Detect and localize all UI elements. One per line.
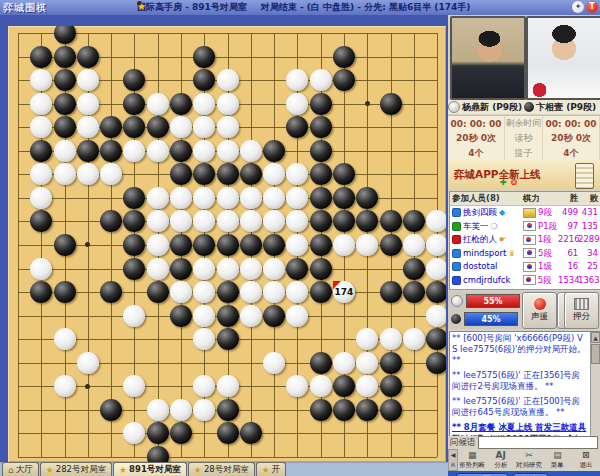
stone-white [170,210,192,232]
stone-black [310,187,332,209]
room-award-icon: ★ [137,1,142,6]
stone-white [147,234,169,256]
stone-black [380,281,402,303]
toolbar-icon: ▦ [468,451,477,460]
stone-black [240,422,262,444]
participant-row[interactable]: dostotal1级1625 [450,260,600,274]
participant-wins: 16 [559,260,579,274]
stone-white [193,281,215,303]
stone-black [54,281,76,303]
tab-label: 28号对局室 [204,464,249,476]
tab-label: 891号对局室 [129,464,181,476]
board-frame: 174 [0,15,448,462]
stone-black [333,375,355,397]
toolbar-button-对局研究[interactable]: ✂对局研究 [515,449,543,471]
white-stone-icon [451,295,463,307]
stone-black [30,140,52,162]
participant-row[interactable]: mindsport♛5段6134 [450,247,600,261]
support-button[interactable]: 声援 [522,292,557,329]
tab-大厅[interactable]: ⌂大厅 [2,462,39,476]
black-time: 00: 00: 00 [543,116,600,131]
stone-black [286,258,308,280]
scroll-up-icon[interactable]: ▲ [591,332,600,343]
stone-black [356,210,378,232]
stone-white [333,352,355,374]
header-rank: 棋力 [523,192,559,205]
bottom-blue-bar: 积分回馈棋谱 [448,471,600,476]
stone-black [170,93,192,115]
stone-white [147,210,169,232]
stone-black [310,116,332,138]
stone-black [54,26,76,44]
stone-black [217,422,239,444]
stone-white [286,375,308,397]
stone-white [170,281,192,303]
stone-white [217,375,239,397]
stone-white [263,281,285,303]
stone-black [426,352,446,374]
hand-cursor-icon[interactable]: ✦ [572,1,584,13]
stone-black [310,140,332,162]
participant-wins: 1534 [558,274,578,288]
stone-black [333,46,355,68]
tab-开[interactable]: ★开 [256,462,287,476]
stone-black [263,140,285,162]
stone-white [263,352,285,374]
stone-black [100,281,122,303]
chat-message: ** lee7575(6段)' 正在[500]号房间进行645号房现场直播。 *… [452,396,588,418]
flag-icon [523,208,536,218]
stone-white [77,116,99,138]
star-point [85,384,90,389]
stone-black [170,422,192,444]
stone-black [77,46,99,68]
stone-white [123,305,145,327]
star-icon: ★ [194,465,202,475]
participant-losses: 1363 [578,274,600,288]
flag-icon [523,235,536,245]
participant-losses: 2289 [578,233,600,247]
toolbar-icon: AJ [495,451,505,460]
stone-black [123,116,145,138]
stone-white [170,116,192,138]
participant-rank: 5段 [538,274,552,288]
stone-white [193,187,215,209]
participant-rank: 9段 [538,206,552,220]
flag-icon [523,221,536,231]
stone-white [30,163,52,185]
stone-black [403,210,425,232]
stone-black [100,210,122,232]
stone-white [147,399,169,421]
stone-black [193,163,215,185]
stone-black [380,352,402,374]
stone-white [403,234,425,256]
participant-losses: 135 [578,220,600,234]
stone-black [170,258,192,280]
timer-panel: 00: 00: 00 剩余时间 00: 00: 00 20秒 0次 读秒 20秒… [448,115,600,161]
tab-label: 282号对局室 [56,464,106,476]
stone-black [77,140,99,162]
stone-white [217,93,239,115]
stone-black [123,258,145,280]
stone-black [217,399,239,421]
thumb-icon [452,222,461,231]
stone-white [403,328,425,350]
black-player-photo [526,16,600,100]
stone-white [100,163,122,185]
stone-white [54,163,76,185]
stone-white [193,210,215,232]
stone-black [217,328,239,350]
stone-black [333,210,355,232]
stone-white [240,210,262,232]
stone-white [356,234,378,256]
stone-white [193,93,215,115]
game-status: 对局结束 - (白 中盘胜) - 分先: 黑贴6目半 (174手) [261,1,471,14]
participants-header: 参加人员(8) 棋力 胜 败 [450,192,600,206]
participant-name: 扛枪的人 [463,233,497,247]
stone-black [333,187,355,209]
stone-white [123,375,145,397]
stone-black [123,210,145,232]
stone-black [54,46,76,68]
toolbar-button-退出[interactable]: ⊠退出 [572,449,600,471]
stone-white [217,140,239,162]
stone-white [30,93,52,115]
thumb-icon [452,262,461,271]
star-icon: ★ [46,465,54,475]
stone-white [286,93,308,115]
participant-wins: 61 [559,247,579,261]
stone-black [54,69,76,91]
stone-white [356,328,378,350]
stone-black [286,116,308,138]
app-promo-banner[interactable]: 弈城APP全新上线 ✚❂ [448,160,600,190]
stone-white [426,234,446,256]
stone-white [286,187,308,209]
home-icon: ⌂ [8,465,14,475]
stone-white [170,399,192,421]
stone-black [310,210,332,232]
stone-white [333,234,355,256]
stone-black [147,116,169,138]
stone-white [426,305,446,327]
stone-white [286,305,308,327]
thumb-icon [452,208,461,217]
tab-label: 开 [272,464,281,476]
toolbar-label: 退出 [579,460,592,469]
stone-white [217,116,239,138]
stone-white [147,258,169,280]
stone-black [240,163,262,185]
stone-white [426,210,446,232]
greeting-input[interactable] [478,436,599,449]
stone-black [310,399,332,421]
participant-name: 挑剑四顾 [463,206,497,220]
stone-white [193,399,215,421]
room-tab-bar: ⌂大厅★282号对局室★891号对局室★28号对局室★开 [0,462,448,476]
stone-black [147,281,169,303]
flag-icon [523,262,536,272]
white-player-photo [450,16,526,100]
black-byoyomi: 20秒 0次 [543,131,600,146]
stone-white [193,258,215,280]
chat-scrollbar[interactable]: ▲ [590,332,600,436]
stone-white [54,375,76,397]
participant-wins: 499 [559,206,579,220]
stone-white [240,305,262,327]
black-support-bar: 45% [464,312,518,326]
white-byoyomi: 20秒 0次 [448,131,505,146]
stone-white [356,352,378,374]
stone-black [123,93,145,115]
black-player-name: 卞相壹 (P9段) [536,101,596,114]
header-losses: 败 [578,192,600,205]
stone-black [333,69,355,91]
stone-white [310,375,332,397]
tab-282号对局室[interactable]: ★282号对局室 [40,462,112,476]
stone-white [147,140,169,162]
bet-grid-icon [574,298,589,310]
stone-black [426,281,446,303]
white-stone-icon [448,101,460,113]
chat-area: ** [600]号房间 'x66666(P9段) VS lee7575(6段)'… [449,331,600,437]
player-names: 杨鼎新 (P9段) 卞相壹 (P9段) [448,100,600,114]
toolbar-button-菜单[interactable]: ▤菜单 [543,449,571,471]
stone-white [310,69,332,91]
participant-badge-icon: ☛ [499,233,506,247]
tygem-badge-icon[interactable]: T [586,1,598,13]
stone-black [403,258,425,280]
star-icon: ★ [262,465,270,475]
stone-white [147,93,169,115]
stone-black [30,210,52,232]
toolbar-icon: ⊠ [582,451,590,460]
black-player-name-row: 卞相壹 (P9段) [524,100,600,114]
participant-name: dostotal [463,260,497,274]
participant-badge-icon: ❍ [491,220,498,234]
white-support-bar: 55% [466,294,520,308]
stone-black [147,422,169,444]
stone-black [356,187,378,209]
banner-text: 弈城APP全新上线 [454,168,541,182]
stone-white [77,163,99,185]
stone-black [310,258,332,280]
toolbar-icon: ✂ [525,451,533,460]
stone-white [123,422,145,444]
stone-white [77,69,99,91]
stone-white [426,258,446,280]
phone-icon [575,163,594,189]
stone-black [170,234,192,256]
stone-black [170,140,192,162]
stone-white [240,258,262,280]
stone-white [217,187,239,209]
flag-icon [523,248,536,258]
side-panel: 杨鼎新 (P9段) 卞相壹 (P9段) 00: 00: 00 剩余时间 00: … [448,15,600,476]
participant-row[interactable]: 车芙一❍P1段97135 [450,220,600,234]
stone-black [310,234,332,256]
greeting-label: 问候语 [450,437,476,449]
greeting-row: 问候语 [448,436,600,449]
thumb-icon [452,276,461,285]
stone-black [310,281,332,303]
stone-black [170,305,192,327]
toolbar-collapse-strip[interactable]: ◀R [448,449,458,471]
participant-rank: P1段 [538,220,557,234]
stone-white [30,258,52,280]
participant-losses: 34 [578,247,600,261]
white-player-name: 杨鼎新 (P9段) [462,101,522,114]
participant-wins: 97 [559,220,579,234]
stone-black [100,116,122,138]
stone-black [100,399,122,421]
stone-black [380,375,402,397]
participant-row[interactable]: 挑剑四顾◆9段499431 [450,206,600,220]
stone-white: 174 [333,281,355,303]
participant-rank: 1段 [538,233,552,247]
bet-button[interactable]: 押分 [564,292,599,329]
flag-icon [523,275,536,285]
stone-black [380,210,402,232]
apple-icon: ❂ [511,178,518,187]
stone-black [217,234,239,256]
stone-black [30,281,52,303]
participant-rank: 5段 [538,247,552,261]
stone-black [380,399,402,421]
stone-black [217,281,239,303]
app-logo: 弈城围棋 [3,1,47,15]
go-board[interactable]: 174 [8,26,446,462]
stone-white [77,352,99,374]
stone-white [147,187,169,209]
toolbar: ◀R ▦形势判断AJ分析✂对局研究▤菜单⊠退出 [448,449,600,471]
stone-white [240,281,262,303]
stone-black [333,163,355,185]
toolbar-icon: ▤ [553,451,562,460]
stone-white [263,163,285,185]
stone-black [54,93,76,115]
stone-white [217,69,239,91]
stone-white [263,210,285,232]
stone-black [30,46,52,68]
stone-black [100,140,122,162]
stone-white [193,375,215,397]
stone-white [170,187,192,209]
android-plus-icon: ✚ [500,178,507,187]
star-point [85,242,90,247]
toolbar-label: 对局研究 [516,460,542,469]
stone-white [193,328,215,350]
star-icon: ★ [119,465,127,475]
stone-black [310,93,332,115]
grid-line [18,457,437,458]
chat-message: ** [600]号房间 'x66666(P9段) VS lee7575(6段)'… [452,333,588,366]
white-player-name-row: 杨鼎新 (P9段) [448,100,524,114]
stone-black [54,116,76,138]
participant-name: mindsport [463,247,506,261]
header-wins: 胜 [559,192,579,205]
scroll-thumb[interactable] [591,344,600,364]
app-window: 弈城围棋 ★ 国际高手房 - 891号对局室 对局结束 - (白 中盘胜) - … [0,0,600,476]
white-support-row: 55% [451,294,520,308]
stone-white [286,69,308,91]
stone-black [193,46,215,68]
black-support-row: 45% [451,312,518,326]
stone-white [193,140,215,162]
stone-black [263,234,285,256]
stone-black [356,399,378,421]
stone-white [286,163,308,185]
stone-white [286,234,308,256]
toolbar-label: 形势判断 [459,460,485,469]
stone-black [333,399,355,421]
toolbar-label: 分析 [494,460,507,469]
tab-label: 大厅 [16,464,33,476]
white-captures: 4个 [448,146,505,160]
participant-rank: 1级 [538,260,552,274]
stone-white [123,140,145,162]
toolbar-button-形势判断[interactable]: ▦形势判断 [458,449,486,471]
stone-white [193,116,215,138]
stone-black [193,69,215,91]
header-participants: 参加人员(8) [450,192,523,205]
byoyomi-label: 读秒 [505,131,543,146]
room-title: ★ 国际高手房 - 891号对局室 [137,1,247,14]
participant-row[interactable]: 扛枪的人☛1段22162289 [450,233,600,247]
stone-white [30,116,52,138]
stone-black [380,93,402,115]
stone-black [310,163,332,185]
stone-black [310,352,332,374]
promo-link[interactable]: ** 8月套餐 冰夏上线 首发三款道具 限时领取 相送1000围豆1亿 【点击查… [452,422,588,437]
title-bar: 弈城围棋 ★ 国际高手房 - 891号对局室 对局结束 - (白 中盘胜) - … [0,0,600,15]
last-move-number: 174 [333,281,355,303]
participants-table: 参加人员(8) 棋力 胜 败 挑剑四顾◆9段499431车芙一❍P1段97135… [449,191,600,290]
stone-white [240,187,262,209]
stone-white [30,69,52,91]
black-captures: 4个 [543,146,600,160]
stone-white [217,258,239,280]
stone-black [240,234,262,256]
star-point [365,101,370,106]
stone-white [217,210,239,232]
tab-28号对局室[interactable]: ★28号对局室 [188,462,255,476]
participant-badge-icon: ♛ [508,247,515,261]
thumb-icon [452,235,461,244]
stone-black [263,305,285,327]
stone-black [147,446,169,462]
stone-white [286,210,308,232]
tab-891号对局室[interactable]: ★891号对局室 [113,462,187,476]
toolbar-button-分析[interactable]: AJ分析 [486,449,514,471]
stone-black [217,305,239,327]
stone-white [77,93,99,115]
participant-wins: 2216 [558,233,578,247]
thumb-icon [452,249,461,258]
stone-white [54,140,76,162]
stone-white [193,305,215,327]
participant-losses: 431 [578,206,600,220]
stone-black [170,163,192,185]
stone-black [380,234,402,256]
stone-white [380,328,402,350]
stone-white [356,375,378,397]
stone-black [426,328,446,350]
participant-row[interactable]: cmdjrdufck5段15341363 [450,274,600,288]
participant-name: 车芙一 [463,220,489,234]
